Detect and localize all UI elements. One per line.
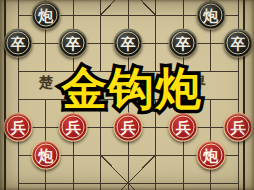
piece-character: 炮: [38, 8, 53, 23]
piece-character: 卒: [11, 36, 26, 51]
piece-character: 卒: [176, 36, 191, 51]
piece-character: 卒: [231, 36, 246, 51]
piece-black-soldier[interactable]: 卒: [169, 29, 198, 58]
opening-title: 金钩炮: [62, 59, 203, 119]
piece-character: 兵: [66, 120, 81, 135]
piece-black-soldier[interactable]: 卒: [59, 29, 88, 58]
piece-character: 兵: [121, 120, 136, 135]
piece-red-soldier[interactable]: 兵: [224, 113, 253, 142]
piece-black-cannon[interactable]: 炮: [31, 1, 60, 30]
piece-character: 兵: [11, 120, 26, 135]
piece-character: 卒: [66, 36, 81, 51]
piece-red-soldier[interactable]: 兵: [4, 113, 33, 142]
piece-black-soldier[interactable]: 卒: [4, 29, 33, 58]
piece-character: 炮: [203, 148, 218, 163]
piece-character: 炮: [38, 148, 53, 163]
piece-character: 卒: [121, 36, 136, 51]
piece-red-cannon[interactable]: 炮: [31, 141, 60, 170]
piece-character: 兵: [231, 120, 246, 135]
piece-black-soldier[interactable]: 卒: [114, 29, 143, 58]
xiangqi-board: 楚 界 炮炮卒卒卒卒卒兵兵兵兵兵炮炮 金钩炮: [0, 0, 254, 190]
piece-black-cannon[interactable]: 炮: [196, 1, 225, 30]
piece-character: 兵: [176, 120, 191, 135]
piece-black-soldier[interactable]: 卒: [224, 29, 253, 58]
river-label-chu: 楚: [39, 74, 53, 92]
piece-red-cannon[interactable]: 炮: [196, 141, 225, 170]
piece-character: 炮: [203, 8, 218, 23]
